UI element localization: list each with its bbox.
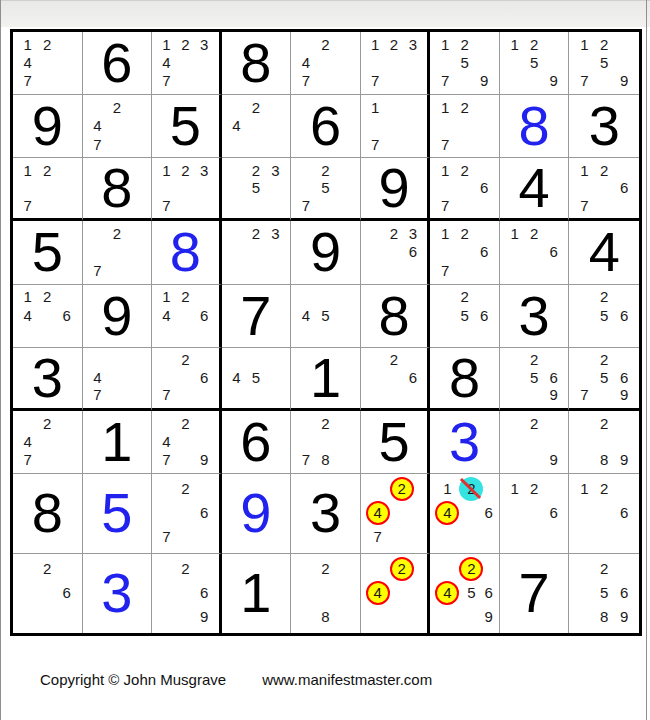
cell-r1c2[interactable]: 6 (83, 32, 153, 95)
candidate: 7 (574, 197, 594, 215)
cell-r9c6[interactable]: 24 (361, 554, 431, 633)
empty-mark-slot (455, 117, 475, 135)
cell-r8c4[interactable]: 9 (222, 474, 292, 554)
candidate: 6 (57, 581, 77, 605)
cell-r8c8[interactable]: 126 (500, 474, 570, 554)
cell-r3c1[interactable]: 127 (13, 158, 83, 221)
empty-mark-slot (574, 605, 594, 629)
candidate: 4 (88, 368, 108, 386)
candidate: 9 (195, 605, 214, 629)
empty-mark-slot (435, 179, 455, 197)
empty-mark-slot (594, 197, 614, 215)
empty-mark-slot (176, 451, 195, 469)
empty-mark-slot (435, 243, 455, 261)
empty-mark-slot (107, 117, 127, 135)
empty-mark-slot (574, 581, 594, 605)
candidate: 4 (18, 306, 38, 324)
candidate: 4 (88, 117, 108, 135)
empty-mark-slot (195, 72, 214, 90)
empty-mark-slot (594, 324, 614, 342)
empty-mark-slot (390, 581, 414, 605)
candidate: 2 (316, 161, 336, 179)
candidate: 9 (544, 386, 564, 404)
cell-r1c7[interactable]: 12579 (430, 32, 500, 95)
cell-r3c3[interactable]: 1237 (152, 158, 222, 221)
empty-mark-slot (385, 98, 404, 116)
empty-mark-slot (483, 557, 494, 581)
empty-mark-slot (127, 98, 147, 116)
empty-mark-slot (574, 368, 594, 386)
empty-mark-slot (614, 161, 634, 179)
cell-r2c4[interactable]: 24 (222, 95, 292, 158)
empty-mark-slot (505, 243, 525, 261)
empty-mark-slot (335, 53, 355, 71)
cell-r9c9[interactable]: 25689 (569, 554, 639, 633)
candidate: 2 (107, 224, 127, 242)
empty-mark-slot (505, 261, 525, 279)
empty-mark-slot (296, 161, 316, 179)
given-digit: 5 (32, 224, 63, 280)
empty-mark-slot (544, 224, 564, 242)
candidate: 1 (366, 35, 385, 53)
candidate: 9 (195, 451, 214, 469)
candidate: 8 (594, 605, 614, 629)
candidate: 2 (594, 557, 614, 581)
candidate: 5 (594, 306, 614, 324)
cell-r6c2[interactable]: 47 (83, 348, 153, 411)
empty-mark-slot (366, 243, 385, 261)
candidate: 8 (594, 451, 614, 469)
candidate: 7 (574, 386, 594, 404)
empty-mark-slot (574, 525, 594, 549)
empty-mark-slot (385, 135, 404, 153)
cell-r2c2[interactable]: 247 (83, 95, 153, 158)
empty-mark-slot (127, 386, 147, 404)
candidate-highlight-yellow: 2 (390, 557, 414, 581)
candidate: 7 (296, 451, 316, 469)
empty-mark-slot (435, 557, 459, 581)
empty-mark-slot (335, 432, 355, 450)
candidate-highlight-cyan-strike: 2 (459, 477, 483, 501)
cell-r8c5[interactable]: 3 (291, 474, 361, 554)
cell-r6c8[interactable]: 2569 (500, 348, 570, 411)
candidate: 2 (594, 161, 614, 179)
candidate: 7 (157, 525, 176, 549)
empty-mark-slot (455, 243, 475, 261)
cell-r1c4[interactable]: 8 (222, 32, 292, 95)
empty-mark-slot (614, 525, 634, 549)
empty-mark-slot (614, 351, 634, 369)
cell-r4c8[interactable]: 126 (500, 221, 570, 284)
candidate: 2 (455, 35, 475, 53)
copyright-text: Copyright © John Musgrave (40, 671, 226, 688)
empty-mark-slot (474, 288, 494, 306)
empty-mark-slot (544, 432, 564, 450)
candidate: 2 (455, 288, 475, 306)
cell-r4c5[interactable]: 9 (291, 221, 361, 284)
empty-mark-slot (107, 351, 127, 369)
candidate: 3 (403, 224, 422, 242)
candidate: 6 (57, 306, 77, 324)
empty-mark-slot (524, 386, 544, 404)
cell-r9c5[interactable]: 28 (291, 554, 361, 633)
cell-r2c1[interactable]: 9 (13, 95, 83, 158)
empty-mark-slot (474, 135, 494, 153)
candidate: 1 (435, 98, 455, 116)
empty-mark-slot (524, 432, 544, 450)
candidate: 6 (195, 368, 214, 386)
cell-r7c7[interactable]: 3 (430, 411, 500, 474)
empty-mark-slot (57, 53, 77, 71)
cell-r1c8[interactable]: 1259 (500, 32, 570, 95)
candidate: 1 (505, 35, 525, 53)
empty-mark-slot (107, 243, 127, 261)
empty-mark-slot (127, 224, 147, 242)
candidate: 7 (366, 525, 390, 549)
cell-r3c7[interactable]: 1267 (430, 158, 500, 221)
empty-mark-slot (227, 243, 247, 261)
empty-mark-slot (614, 432, 634, 450)
given-digit: 3 (519, 288, 550, 344)
candidate: 7 (88, 386, 108, 404)
candidate: 9 (614, 72, 634, 90)
cell-r9c3[interactable]: 269 (152, 554, 222, 633)
cell-r3c8[interactable]: 4 (500, 158, 570, 221)
cell-r8c1[interactable]: 8 (13, 474, 83, 554)
cell-r6c9[interactable]: 25679 (569, 348, 639, 411)
cell-r9c4[interactable]: 1 (222, 554, 292, 633)
empty-mark-slot (176, 368, 195, 386)
cell-r8c7[interactable]: 1246 (430, 474, 500, 554)
cell-r9c8[interactable]: 7 (500, 554, 570, 633)
cell-r5c5[interactable]: 45 (291, 285, 361, 348)
empty-mark-slot (390, 525, 414, 549)
cell-r4c3[interactable]: 8 (152, 221, 222, 284)
cell-r4c1[interactable]: 5 (13, 221, 83, 284)
candidate: 4 (227, 117, 247, 135)
empty-mark-slot (57, 197, 77, 215)
cell-r1c3[interactable]: 12347 (152, 32, 222, 95)
cell-r8c2[interactable]: 5 (83, 474, 153, 554)
cell-r5c4[interactable]: 7 (222, 285, 292, 348)
cell-r2c3[interactable]: 5 (152, 95, 222, 158)
empty-mark-slot (414, 581, 423, 605)
cell-r7c1[interactable]: 247 (13, 411, 83, 474)
cell-r1c9[interactable]: 12579 (569, 32, 639, 95)
page-top-band (0, 0, 650, 27)
given-digit: 9 (32, 98, 63, 154)
cell-r9c7[interactable]: 24569 (430, 554, 500, 633)
cell-r5c8[interactable]: 3 (500, 285, 570, 348)
empty-mark-slot (403, 351, 422, 369)
candidate: 2 (38, 35, 58, 53)
empty-mark-slot (88, 243, 108, 261)
empty-mark-slot (157, 477, 176, 501)
empty-mark-slot (574, 53, 594, 71)
empty-mark-slot (435, 117, 455, 135)
empty-mark-slot (335, 451, 355, 469)
candidate: 2 (38, 414, 58, 432)
candidate: 2 (594, 35, 614, 53)
empty-mark-slot (390, 501, 414, 525)
cell-r1c1[interactable]: 1247 (13, 32, 83, 95)
empty-mark-slot (195, 197, 214, 215)
empty-mark-slot (614, 477, 634, 501)
candidate: 6 (614, 501, 634, 525)
cell-r5c1[interactable]: 1246 (13, 285, 83, 348)
empty-mark-slot (57, 605, 77, 629)
empty-mark-slot (544, 261, 564, 279)
candidate: 7 (157, 386, 176, 404)
cell-r1c5[interactable]: 247 (291, 32, 361, 95)
empty-mark-slot (38, 432, 58, 450)
candidate: 2 (176, 477, 195, 501)
cell-r8c9[interactable]: 126 (569, 474, 639, 554)
candidate: 9 (483, 605, 494, 629)
candidate: 7 (574, 72, 594, 90)
empty-mark-slot (366, 117, 385, 135)
entered-digit: 3 (449, 414, 480, 470)
cell-r4c6[interactable]: 236 (361, 221, 431, 284)
empty-mark-slot (38, 179, 58, 197)
empty-mark-slot (455, 324, 475, 342)
empty-mark-slot (435, 324, 455, 342)
empty-mark-slot (335, 72, 355, 90)
cell-r9c1[interactable]: 26 (13, 554, 83, 633)
cell-r5c2[interactable]: 9 (83, 285, 153, 348)
candidate: 7 (435, 197, 455, 215)
empty-mark-slot (227, 386, 247, 404)
cell-r5c7[interactable]: 256 (430, 285, 500, 348)
given-digit: 4 (519, 160, 550, 216)
empty-mark-slot (403, 261, 422, 279)
candidate: 2 (524, 414, 544, 432)
candidate: 2 (176, 161, 195, 179)
given-digit: 8 (378, 288, 409, 344)
cell-r8c6[interactable]: 247 (361, 474, 431, 554)
cell-r3c5[interactable]: 257 (291, 158, 361, 221)
empty-mark-slot (227, 224, 247, 242)
cell-r4c7[interactable]: 1267 (430, 221, 500, 284)
empty-mark-slot (296, 179, 316, 197)
cell-r1c6[interactable]: 1237 (361, 32, 431, 95)
empty-mark-slot (366, 557, 390, 581)
candidate: 2 (246, 161, 266, 179)
empty-mark-slot (176, 432, 195, 450)
footer: Copyright © John Musgrave www.manifestma… (40, 671, 432, 688)
candidate: 6 (195, 306, 214, 324)
empty-mark-slot (366, 351, 385, 369)
empty-mark-slot (176, 501, 195, 525)
candidate: 2 (524, 224, 544, 242)
entered-digit: 9 (240, 485, 271, 541)
empty-mark-slot (227, 179, 247, 197)
candidate: 1 (574, 477, 594, 501)
empty-mark-slot (157, 179, 176, 197)
empty-mark-slot (594, 179, 614, 197)
empty-mark-slot (474, 261, 494, 279)
empty-mark-slot (335, 324, 355, 342)
empty-mark-slot (107, 386, 127, 404)
empty-mark-slot (594, 432, 614, 450)
empty-mark-slot (57, 288, 77, 306)
candidate-highlight-yellow: 4 (366, 581, 390, 605)
candidate: 1 (505, 477, 525, 501)
empty-mark-slot (176, 386, 195, 404)
empty-mark-slot (296, 581, 316, 605)
empty-mark-slot (544, 35, 564, 53)
empty-mark-slot (335, 414, 355, 432)
empty-mark-slot (127, 117, 147, 135)
empty-mark-slot (335, 197, 355, 215)
empty-mark-slot (505, 72, 525, 90)
empty-mark-slot (38, 451, 58, 469)
cell-r9c2[interactable]: 3 (83, 554, 153, 633)
empty-mark-slot (335, 35, 355, 53)
cell-r6c7[interactable]: 8 (430, 348, 500, 411)
empty-mark-slot (57, 161, 77, 179)
empty-mark-slot (88, 224, 108, 242)
empty-mark-slot (435, 306, 455, 324)
cell-r7c5[interactable]: 278 (291, 411, 361, 474)
empty-mark-slot (505, 432, 525, 450)
cell-r6c1[interactable]: 3 (13, 348, 83, 411)
empty-mark-slot (474, 161, 494, 179)
cell-r4c2[interactable]: 27 (83, 221, 153, 284)
cell-r5c9[interactable]: 256 (569, 285, 639, 348)
candidate: 7 (88, 261, 108, 279)
empty-mark-slot (195, 179, 214, 197)
cell-r7c4[interactable]: 6 (222, 411, 292, 474)
empty-mark-slot (614, 557, 634, 581)
candidate: 2 (455, 224, 475, 242)
empty-mark-slot (176, 179, 195, 197)
cell-r2c9[interactable]: 3 (569, 95, 639, 158)
cell-r2c7[interactable]: 127 (430, 95, 500, 158)
empty-mark-slot (614, 414, 634, 432)
empty-mark-slot (227, 161, 247, 179)
cell-r3c9[interactable]: 1267 (569, 158, 639, 221)
empty-mark-slot (227, 135, 247, 153)
empty-mark-slot (574, 557, 594, 581)
empty-mark-slot (195, 351, 214, 369)
empty-mark-slot (614, 197, 634, 215)
empty-mark-slot (195, 324, 214, 342)
cell-r8c3[interactable]: 267 (152, 474, 222, 554)
candidate: 1 (435, 161, 455, 179)
empty-mark-slot (57, 72, 77, 90)
given-digit: 6 (240, 414, 271, 470)
empty-mark-slot (524, 261, 544, 279)
candidate: 9 (544, 451, 564, 469)
empty-mark-slot (459, 525, 483, 549)
empty-mark-slot (574, 501, 594, 525)
given-digit: 3 (310, 485, 341, 541)
candidate: 5 (459, 581, 483, 605)
empty-mark-slot (385, 386, 404, 404)
empty-mark-slot (455, 197, 475, 215)
empty-mark-slot (227, 261, 247, 279)
cell-r6c6[interactable]: 26 (361, 348, 431, 411)
cell-r5c3[interactable]: 1246 (152, 285, 222, 348)
empty-mark-slot (107, 261, 127, 279)
cell-r7c3[interactable]: 2479 (152, 411, 222, 474)
empty-mark-slot (38, 197, 58, 215)
cell-r6c4[interactable]: 45 (222, 348, 292, 411)
cell-r6c3[interactable]: 267 (152, 348, 222, 411)
empty-mark-slot (414, 557, 423, 581)
cell-r2c8[interactable]: 8 (500, 95, 570, 158)
cell-r3c2[interactable]: 8 (83, 158, 153, 221)
cell-r7c8[interactable]: 29 (500, 411, 570, 474)
page-left-edge (0, 0, 1, 720)
empty-mark-slot (57, 432, 77, 450)
cell-r3c6[interactable]: 9 (361, 158, 431, 221)
empty-mark-slot (594, 386, 614, 404)
candidate: 2 (385, 224, 404, 242)
cell-r3c4[interactable]: 235 (222, 158, 292, 221)
cell-r7c9[interactable]: 289 (569, 411, 639, 474)
candidate: 2 (38, 288, 58, 306)
candidate: 7 (157, 197, 176, 215)
entered-digit: 3 (101, 565, 132, 621)
candidate: 7 (157, 72, 176, 90)
candidate: 3 (403, 35, 422, 53)
empty-mark-slot (296, 432, 316, 450)
cell-r4c9[interactable]: 4 (569, 221, 639, 284)
empty-mark-slot (195, 432, 214, 450)
empty-mark-slot (157, 501, 176, 525)
empty-mark-slot (366, 224, 385, 242)
cell-r6c5[interactable]: 1 (291, 348, 361, 411)
empty-mark-slot (38, 581, 58, 605)
cell-r5c6[interactable]: 8 (361, 285, 431, 348)
empty-mark-slot (316, 288, 336, 306)
candidate: 6 (474, 179, 494, 197)
candidate-highlight-yellow: 4 (435, 501, 459, 525)
given-digit: 8 (101, 160, 132, 216)
candidate: 6 (474, 243, 494, 261)
cell-r4c4[interactable]: 23 (222, 221, 292, 284)
given-digit: 7 (519, 565, 550, 621)
empty-mark-slot (505, 525, 525, 549)
empty-mark-slot (38, 605, 58, 629)
candidate: 6 (614, 306, 634, 324)
candidate: 1 (366, 98, 385, 116)
candidate: 2 (455, 161, 475, 179)
candidate: 4 (227, 368, 247, 386)
empty-mark-slot (505, 501, 525, 525)
empty-mark-slot (574, 351, 594, 369)
cell-r2c5[interactable]: 6 (291, 95, 361, 158)
empty-mark-slot (385, 368, 404, 386)
empty-mark-slot (474, 98, 494, 116)
candidate: 1 (435, 224, 455, 242)
cell-r2c6[interactable]: 17 (361, 95, 431, 158)
cell-r7c6[interactable]: 5 (361, 411, 431, 474)
empty-mark-slot (335, 306, 355, 324)
empty-mark-slot (403, 53, 422, 71)
candidate: 6 (483, 581, 494, 605)
given-digit: 9 (310, 224, 341, 280)
candidate: 2 (524, 35, 544, 53)
cell-r7c2[interactable]: 1 (83, 411, 153, 474)
candidate: 6 (195, 501, 214, 525)
given-digit: 7 (240, 288, 271, 344)
empty-mark-slot (246, 117, 266, 135)
candidate: 1 (18, 161, 38, 179)
sudoku-board: 1247612347824712371257912591257992475246… (10, 29, 642, 636)
